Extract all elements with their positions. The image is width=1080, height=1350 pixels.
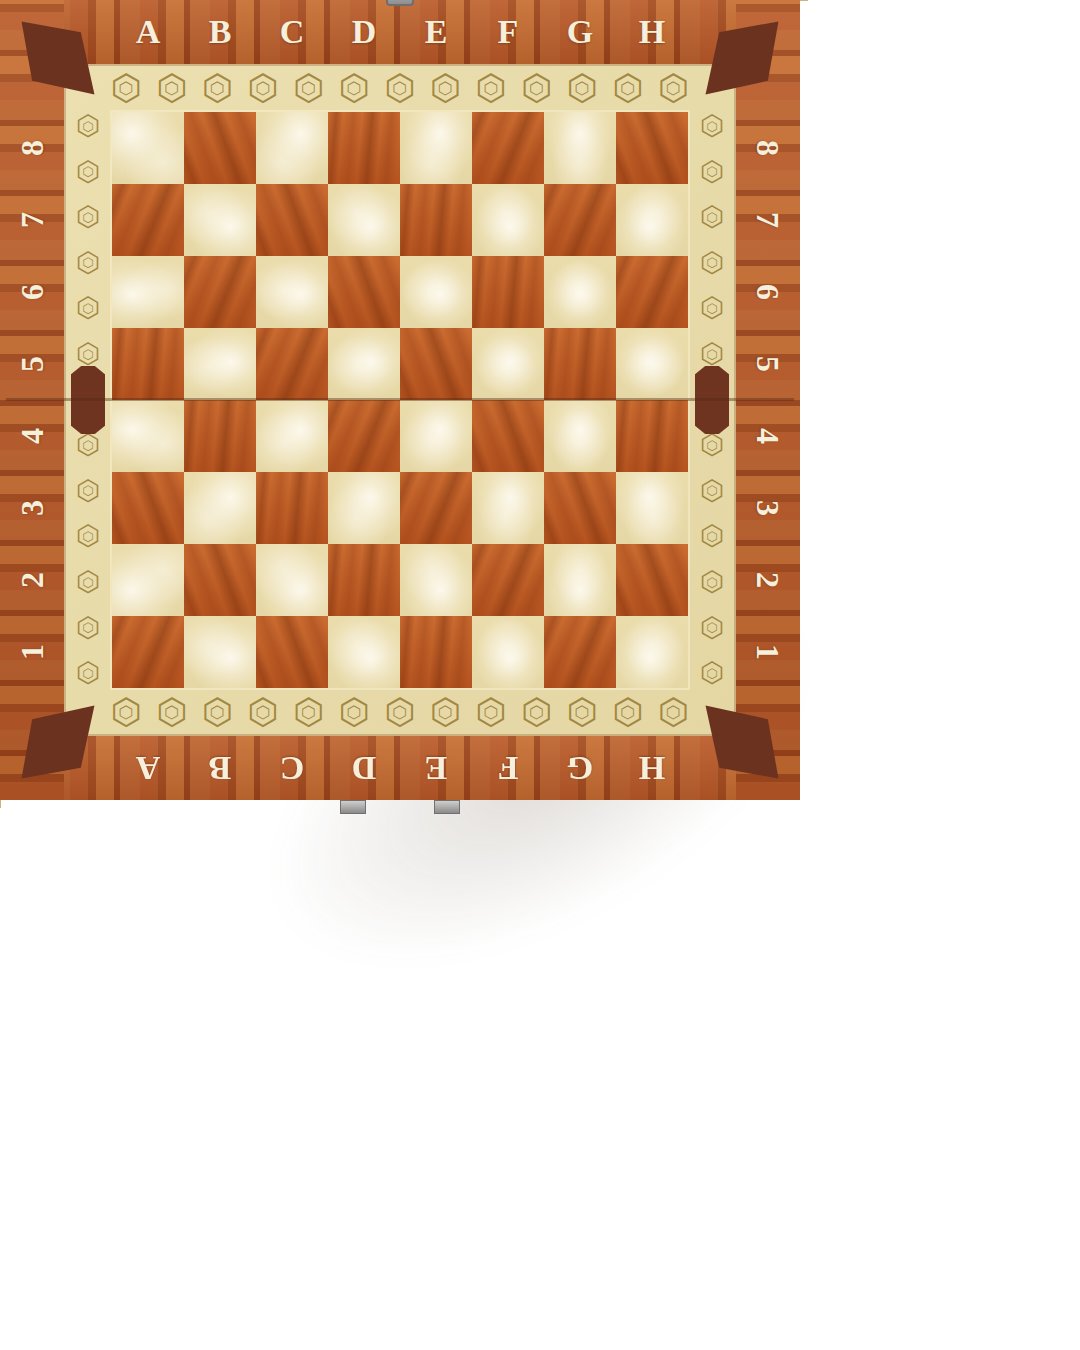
hexagon-motif-inner: ⬡ [300, 704, 317, 721]
hexagon-motif-inner: ⬡ [706, 348, 719, 361]
hexagon-motif-inner: ⬡ [82, 530, 95, 543]
hexagon-motif-inner: ⬡ [619, 704, 636, 721]
hexagon-motif-inner: ⬡ [254, 80, 271, 97]
hexagon-motif-inner: ⬡ [391, 704, 408, 721]
file-label: G [544, 744, 616, 792]
hexagon-motif-inner: ⬡ [82, 576, 95, 589]
rank-label: 5 [0, 340, 68, 388]
hexagon-motif-inner: ⬡ [528, 704, 545, 721]
hexagon-motif-inner: ⬡ [346, 80, 363, 97]
hexagon-motif-inner: ⬡ [163, 704, 180, 721]
file-label: B [184, 744, 256, 792]
hexagon-motif-inner: ⬡ [82, 439, 95, 452]
file-label: D [328, 744, 400, 792]
hexagon-motif-inner: ⬡ [574, 704, 591, 721]
hexagon-motif-inner: ⬡ [574, 80, 591, 97]
file-label: F [472, 744, 544, 792]
file-label: F [472, 8, 544, 56]
hexagon-motif-inner: ⬡ [82, 256, 95, 269]
hexagon-motif-inner: ⬡ [706, 621, 719, 634]
hinge [434, 800, 460, 814]
fold-seam [6, 398, 794, 401]
hexagon-motif-inner: ⬡ [118, 80, 135, 97]
hinge [340, 800, 366, 814]
hexagon-motif-inner: ⬡ [82, 484, 95, 497]
rank-label: 2 [0, 556, 68, 604]
product-photo: ⬡⬡⬡⬡⬡⬡⬡⬡⬡⬡⬡⬡⬡⬡⬡⬡⬡⬡⬡⬡⬡⬡⬡⬡⬡⬡⬡⬡⬡⬡⬡⬡⬡⬡⬡⬡⬡⬡⬡⬡… [0, 0, 1080, 1350]
hexagon-motif-inner: ⬡ [619, 80, 636, 97]
hexagon-motif-inner: ⬡ [300, 80, 317, 97]
hexagon-motif-inner: ⬡ [482, 704, 499, 721]
file-label: C [256, 744, 328, 792]
hexagon-motif-inner: ⬡ [528, 80, 545, 97]
hexagon-motif-inner: ⬡ [437, 704, 454, 721]
hexagon-motif-inner: ⬡ [82, 120, 95, 133]
file-label: A [112, 744, 184, 792]
chess-board: ⬡⬡⬡⬡⬡⬡⬡⬡⬡⬡⬡⬡⬡⬡⬡⬡⬡⬡⬡⬡⬡⬡⬡⬡⬡⬡⬡⬡⬡⬡⬡⬡⬡⬡⬡⬡⬡⬡⬡⬡… [0, 0, 800, 800]
hexagon-motif-inner: ⬡ [482, 80, 499, 97]
hexagon-motif-inner: ⬡ [437, 80, 454, 97]
file-label: E [400, 8, 472, 56]
hexagon-motif-inner: ⬡ [82, 348, 95, 361]
hexagon-motif-inner: ⬡ [82, 211, 95, 224]
rank-label: 7 [732, 196, 804, 244]
rank-label: 7 [0, 196, 68, 244]
file-label: A [112, 8, 184, 56]
hexagon-motif-inner: ⬡ [163, 80, 180, 97]
file-label: H [616, 8, 688, 56]
hexagon-motif-inner: ⬡ [706, 256, 719, 269]
file-label: C [256, 8, 328, 56]
hexagon-motif-inner: ⬡ [706, 576, 719, 589]
rank-label: 6 [0, 268, 68, 316]
rank-label: 3 [0, 484, 68, 532]
file-label: H [616, 744, 688, 792]
file-label: E [400, 744, 472, 792]
hexagon-motif-inner: ⬡ [82, 302, 95, 315]
clasp-plate [386, 0, 414, 6]
hexagon-motif-inner: ⬡ [391, 80, 408, 97]
rank-label: 3 [732, 484, 804, 532]
hexagon-motif-inner: ⬡ [118, 704, 135, 721]
hexagon-motif-inner: ⬡ [706, 667, 719, 680]
hexagon-motif-inner: ⬡ [665, 80, 682, 97]
file-label: B [184, 8, 256, 56]
rank-label: 8 [732, 124, 804, 172]
hexagon-motif-inner: ⬡ [209, 704, 226, 721]
clasp [372, 0, 428, 8]
hexagon-motif-inner: ⬡ [254, 704, 271, 721]
rank-label: 6 [732, 268, 804, 316]
hexagon-motif-inner: ⬡ [706, 484, 719, 497]
file-label: G [544, 8, 616, 56]
rank-label: 8 [0, 124, 68, 172]
hexagon-motif-inner: ⬡ [665, 704, 682, 721]
hexagon-motif-inner: ⬡ [82, 165, 95, 178]
rank-label: 4 [732, 412, 804, 460]
hexagon-motif-inner: ⬡ [706, 211, 719, 224]
hexagon-motif-inner: ⬡ [209, 80, 226, 97]
hexagon-motif-inner: ⬡ [706, 530, 719, 543]
hexagon-motif-inner: ⬡ [82, 667, 95, 680]
rank-label: 4 [0, 412, 68, 460]
rank-label: 1 [0, 628, 68, 676]
hexagon-motif-inner: ⬡ [706, 165, 719, 178]
hexagon-motif-inner: ⬡ [706, 120, 719, 133]
hexagon-motif-inner: ⬡ [706, 302, 719, 315]
hexagon-motif-inner: ⬡ [82, 621, 95, 634]
hexagon-motif-inner: ⬡ [706, 439, 719, 452]
rank-label: 2 [732, 556, 804, 604]
hexagon-motif-inner: ⬡ [346, 704, 363, 721]
rank-label: 5 [732, 340, 804, 388]
file-label: D [328, 8, 400, 56]
rank-label: 1 [732, 628, 804, 676]
